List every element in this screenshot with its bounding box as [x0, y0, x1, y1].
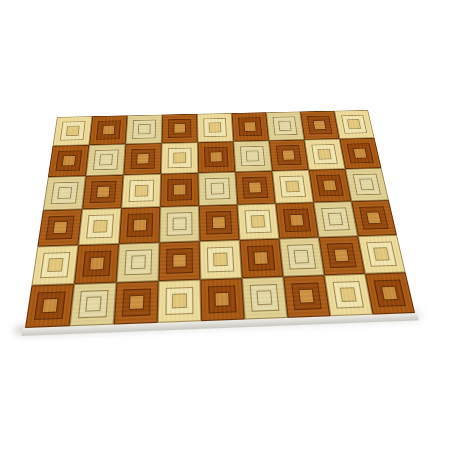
board-square[interactable]: [43, 176, 86, 210]
checkerboard: [25, 110, 415, 328]
board-square[interactable]: [233, 141, 272, 172]
board-square[interactable]: [279, 237, 324, 276]
board-square[interactable]: [365, 272, 415, 314]
board-square[interactable]: [200, 240, 242, 280]
board-square[interactable]: [242, 277, 288, 320]
board-square[interactable]: [240, 239, 284, 278]
board-square[interactable]: [200, 278, 244, 321]
board-square[interactable]: [304, 139, 345, 170]
board-square[interactable]: [334, 110, 374, 139]
board-square[interactable]: [199, 205, 240, 242]
board-square[interactable]: [266, 112, 304, 141]
board-square[interactable]: [159, 241, 201, 281]
board-square[interactable]: [276, 202, 319, 238]
board-square[interactable]: [159, 206, 199, 243]
board-square[interactable]: [197, 113, 233, 142]
board-square[interactable]: [86, 144, 126, 176]
board-square[interactable]: [340, 138, 382, 169]
board-square[interactable]: [272, 170, 313, 204]
board-square[interactable]: [269, 140, 309, 171]
board-plane: [24, 110, 417, 337]
board-square[interactable]: [70, 283, 117, 327]
board-square[interactable]: [300, 111, 339, 140]
board-square[interactable]: [351, 200, 397, 236]
board-square[interactable]: [82, 175, 123, 209]
board-square[interactable]: [237, 204, 279, 240]
board-square[interactable]: [31, 245, 78, 285]
board-square[interactable]: [121, 174, 161, 208]
board-square[interactable]: [314, 201, 358, 237]
board-square[interactable]: [345, 168, 389, 201]
board-square[interactable]: [78, 208, 121, 245]
board-square[interactable]: [358, 235, 406, 274]
board-square[interactable]: [119, 207, 160, 244]
board-square[interactable]: [124, 143, 162, 175]
board-square[interactable]: [309, 169, 352, 202]
product-photo-canvas: [0, 0, 450, 450]
board-square[interactable]: [126, 115, 163, 145]
board-square[interactable]: [283, 275, 330, 318]
board-square[interactable]: [160, 173, 199, 207]
board-square[interactable]: [235, 171, 275, 205]
board-square[interactable]: [198, 141, 236, 172]
board-square[interactable]: [198, 172, 237, 206]
board-square[interactable]: [232, 112, 269, 141]
board-square[interactable]: [53, 116, 93, 146]
board-square[interactable]: [161, 142, 198, 174]
board-square[interactable]: [37, 209, 82, 246]
board-square[interactable]: [162, 114, 198, 143]
board-square[interactable]: [158, 280, 202, 323]
board-square[interactable]: [114, 281, 159, 325]
board-square[interactable]: [89, 115, 127, 145]
board-square[interactable]: [116, 243, 159, 283]
board-square[interactable]: [74, 244, 119, 284]
board-square[interactable]: [48, 145, 89, 177]
board-square[interactable]: [25, 284, 74, 328]
